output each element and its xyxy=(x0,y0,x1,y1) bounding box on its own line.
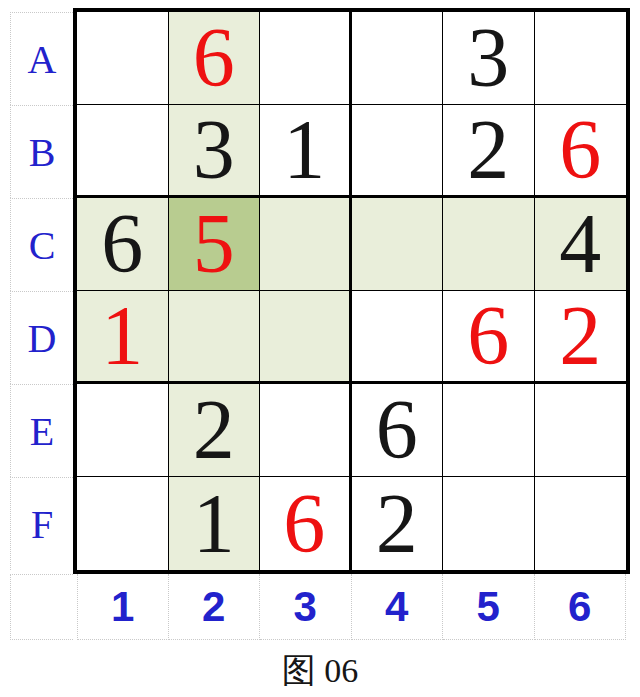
col-label-3: 3 xyxy=(260,574,352,640)
col-label-5: 5 xyxy=(443,574,535,640)
row-label-C: C xyxy=(10,198,73,291)
col-label-6: 6 xyxy=(535,574,627,640)
cell-B5[interactable]: 2 xyxy=(443,105,535,198)
cell-F3[interactable]: 6 xyxy=(260,477,352,570)
cell-A4[interactable] xyxy=(352,12,444,105)
col-label-4: 4 xyxy=(352,574,444,640)
figure-caption: 图 06 xyxy=(0,648,640,694)
cell-A2[interactable]: 6 xyxy=(169,12,261,105)
cell-A6[interactable] xyxy=(535,12,627,105)
cell-B4[interactable] xyxy=(352,105,444,198)
cell-F4[interactable]: 2 xyxy=(352,477,444,570)
sudoku-table: A B C D E F 6 3 3 1 2 6 6 5 4 1 6 2 2 6 xyxy=(10,8,630,640)
cell-E2[interactable]: 2 xyxy=(169,384,261,477)
cell-E3[interactable] xyxy=(260,384,352,477)
cell-D2[interactable] xyxy=(169,291,261,384)
cell-C6[interactable]: 4 xyxy=(535,198,627,291)
corner-spacer xyxy=(10,574,73,640)
cell-E4[interactable]: 6 xyxy=(352,384,444,477)
cell-D6[interactable]: 2 xyxy=(535,291,627,384)
cell-F1[interactable] xyxy=(77,477,169,570)
cell-B1[interactable] xyxy=(77,105,169,198)
cell-C5[interactable] xyxy=(443,198,535,291)
cell-F2[interactable]: 1 xyxy=(169,477,261,570)
cell-D3[interactable] xyxy=(260,291,352,384)
row-label-column: A B C D E F xyxy=(10,8,73,574)
cell-D4[interactable] xyxy=(352,291,444,384)
row-label-B: B xyxy=(10,105,73,198)
row-label-E: E xyxy=(10,384,73,477)
col-label-1: 1 xyxy=(77,574,169,640)
cell-F5[interactable] xyxy=(443,477,535,570)
cell-C2[interactable]: 5 xyxy=(169,198,261,291)
cell-D1[interactable]: 1 xyxy=(77,291,169,384)
cell-E5[interactable] xyxy=(443,384,535,477)
row-label-F: F xyxy=(10,477,73,570)
row-label-A: A xyxy=(10,12,73,105)
col-label-row: 1 2 3 4 5 6 xyxy=(73,574,630,640)
cell-F6[interactable] xyxy=(535,477,627,570)
cell-E6[interactable] xyxy=(535,384,627,477)
row-label-D: D xyxy=(10,291,73,384)
cell-B6[interactable]: 6 xyxy=(535,105,627,198)
cell-A5[interactable]: 3 xyxy=(443,12,535,105)
cell-C4[interactable] xyxy=(352,198,444,291)
cell-C1[interactable]: 6 xyxy=(77,198,169,291)
col-label-2: 2 xyxy=(169,574,261,640)
cell-A3[interactable] xyxy=(260,12,352,105)
cell-B3[interactable]: 1 xyxy=(260,105,352,198)
cell-C3[interactable] xyxy=(260,198,352,291)
cell-A1[interactable] xyxy=(77,12,169,105)
cell-D5[interactable]: 6 xyxy=(443,291,535,384)
sudoku-board: 6 3 3 1 2 6 6 5 4 1 6 2 2 6 1 6 2 xyxy=(73,8,630,574)
cell-B2[interactable]: 3 xyxy=(169,105,261,198)
cell-E1[interactable] xyxy=(77,384,169,477)
